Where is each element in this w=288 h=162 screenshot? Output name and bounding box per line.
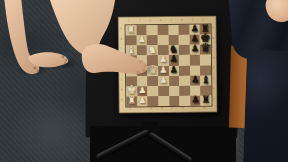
frame-file-label-right: b [213, 87, 215, 90]
standing-foot-toe [65, 59, 67, 61]
frame-rank-label-top: 5 [170, 18, 172, 21]
reaching-foot [82, 44, 148, 74]
frame-file-label-right: g [212, 37, 214, 40]
reaching-foot-toe [139, 60, 143, 64]
frame-rank-label-bottom: 6 [182, 107, 184, 110]
square-e6 [179, 55, 190, 65]
square-d6 [179, 65, 190, 75]
square-g7 [189, 35, 200, 45]
square-b6 [179, 86, 190, 96]
square-c8 [200, 75, 211, 85]
photo-scene: ♜♟♝♞♟♟♛♟♚♟♜♟♟♜♟♚♞♟♛♟♟♟♝♟♜ 11223344556677… [0, 0, 288, 162]
frame-file-label-right: f [212, 47, 213, 50]
frame-file-label-right: a [213, 97, 215, 100]
square-f7 [190, 45, 201, 55]
square-f6 [179, 45, 190, 55]
frame-rank-label-top: 6 [181, 18, 183, 21]
square-b8 [201, 85, 212, 95]
square-g8 [200, 35, 211, 45]
square-f8 [200, 45, 211, 55]
square-e8 [200, 55, 211, 65]
frame-file-label-right: c [213, 77, 215, 80]
square-e5 [168, 55, 179, 65]
square-h7 [189, 25, 200, 35]
square-d8 [200, 65, 211, 75]
reaching-foot-toe [137, 71, 140, 74]
frame-file-label-right: e [212, 57, 214, 60]
reaching-foot-toe [143, 64, 146, 67]
left-foot-toe [37, 70, 40, 73]
barefoot-player-legs [0, 0, 170, 100]
standing-foot-toe [64, 62, 66, 64]
square-c5 [169, 76, 180, 86]
frame-rank-label-bottom: 2 [140, 107, 142, 110]
square-g6 [179, 35, 190, 45]
frame-file-label-right: d [213, 67, 215, 70]
frame-rank-label-bottom: 7 [193, 107, 195, 110]
square-a5 [169, 96, 180, 106]
frame-rank-label-bottom: 3 [150, 107, 152, 110]
square-d7 [190, 65, 201, 75]
seated-person-leg-lower [243, 49, 288, 162]
frame-rank-label-top: 8 [202, 18, 204, 21]
frame-rank-label-bottom: 4 [161, 107, 163, 110]
frame-rank-label-bottom: 5 [171, 107, 173, 110]
square-h6 [179, 25, 190, 35]
square-a7 [190, 96, 201, 106]
frame-file-label-right: h [212, 27, 214, 30]
frame-rank-label-bottom: 1 [129, 107, 131, 110]
square-a6 [179, 96, 190, 106]
square-e7 [190, 55, 201, 65]
left-foot-toe [33, 66, 36, 69]
square-c6 [179, 75, 190, 85]
reaching-foot-toe [143, 69, 146, 72]
frame-rank-label-top: 7 [192, 18, 194, 21]
frame-rank-label-bottom: 8 [203, 107, 205, 110]
square-d5 [169, 65, 180, 75]
square-b5 [169, 86, 180, 96]
standing-foot-toe [62, 56, 65, 59]
square-h8 [200, 25, 211, 35]
square-b7 [190, 85, 201, 95]
square-c7 [190, 75, 201, 85]
square-a8 [201, 95, 212, 105]
